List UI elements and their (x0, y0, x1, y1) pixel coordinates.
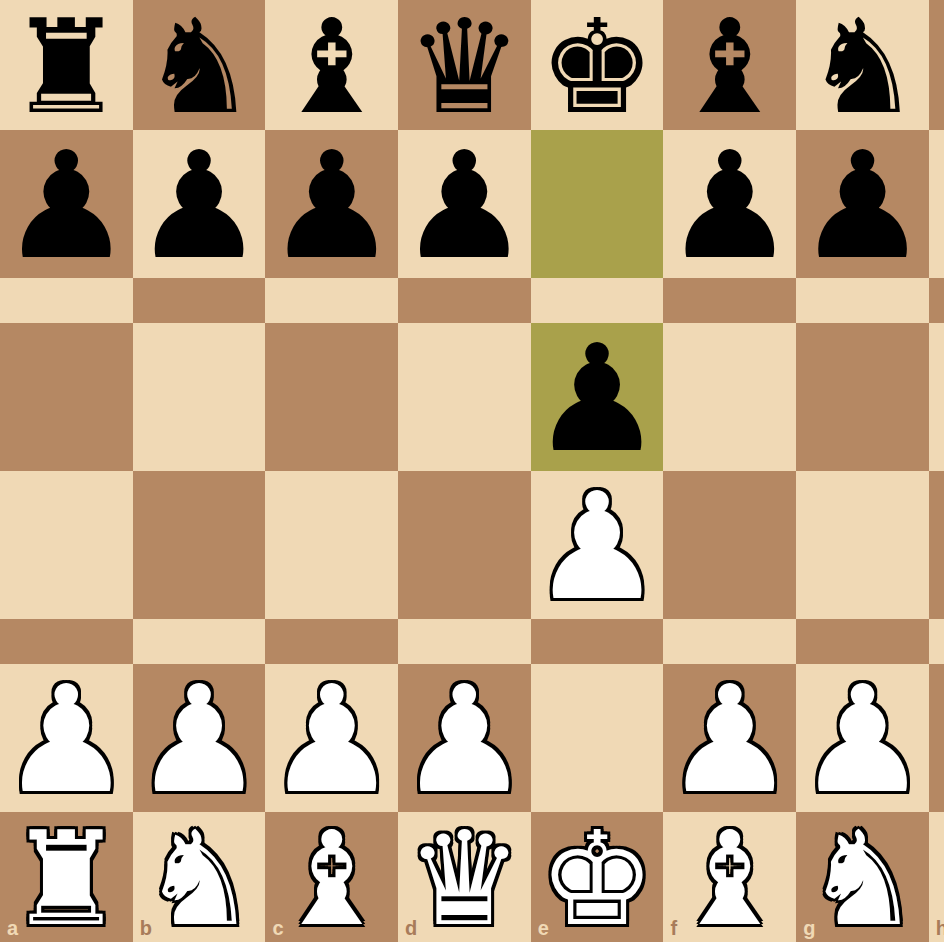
chess-board: ♜♞♝♛♚♝♞♜8♟♟♟♟♟♟♟76♟5♟43♟♟♟♟♟♟♟2♜a♞b♝c♛d♚… (0, 0, 944, 942)
white-queen[interactable]: ♛ (406, 814, 523, 942)
black-king[interactable]: ♚ (539, 2, 656, 132)
square-a4[interactable] (0, 471, 133, 619)
black-bishop[interactable]: ♝ (672, 2, 789, 132)
square-c7[interactable]: ♟ (265, 130, 398, 278)
white-pawn[interactable]: ♟ (398, 666, 531, 814)
square-b8[interactable]: ♞ (133, 0, 266, 130)
black-queen[interactable]: ♛ (406, 2, 523, 132)
file-label-h: h (936, 918, 944, 938)
square-f6[interactable] (663, 278, 796, 323)
square-e4[interactable]: ♟ (531, 471, 664, 619)
file-label-c: c (272, 918, 283, 938)
square-d8[interactable]: ♛ (398, 0, 531, 130)
square-g5[interactable] (796, 323, 929, 471)
black-pawn[interactable]: ♟ (0, 132, 133, 280)
square-d2[interactable]: ♟ (398, 664, 531, 812)
black-pawn[interactable]: ♟ (531, 325, 664, 473)
square-h5[interactable]: 5 (929, 323, 944, 471)
square-e5[interactable]: ♟ (531, 323, 664, 471)
white-pawn[interactable]: ♟ (265, 666, 398, 814)
white-pawn[interactable]: ♟ (663, 666, 796, 814)
square-e3[interactable] (531, 619, 664, 664)
black-knight[interactable]: ♞ (804, 2, 921, 132)
square-h6[interactable]: 6 (929, 278, 944, 323)
square-b5[interactable] (133, 323, 266, 471)
file-label-a: a (7, 918, 18, 938)
square-a2[interactable]: ♟ (0, 664, 133, 812)
square-d1[interactable]: ♛d (398, 812, 531, 942)
square-f1[interactable]: ♝f (663, 812, 796, 942)
square-d4[interactable] (398, 471, 531, 619)
black-pawn[interactable]: ♟ (265, 132, 398, 280)
square-f7[interactable]: ♟ (663, 130, 796, 278)
white-pawn[interactable]: ♟ (133, 666, 266, 814)
square-h4[interactable]: 4 (929, 471, 944, 619)
square-h2[interactable]: ♟2 (929, 664, 944, 812)
white-knight[interactable]: ♞ (141, 814, 258, 942)
file-label-g: g (803, 918, 815, 938)
black-rook[interactable]: ♜ (937, 2, 944, 132)
square-e2[interactable] (531, 664, 664, 812)
square-b1[interactable]: ♞b (133, 812, 266, 942)
square-g7[interactable]: ♟ (796, 130, 929, 278)
square-f2[interactable]: ♟ (663, 664, 796, 812)
square-g4[interactable] (796, 471, 929, 619)
square-g6[interactable] (796, 278, 929, 323)
square-f5[interactable] (663, 323, 796, 471)
square-h7[interactable]: ♟7 (929, 130, 944, 278)
square-h8[interactable]: ♜8 (929, 0, 944, 130)
square-h1[interactable]: ♜1h (929, 812, 944, 942)
square-c4[interactable] (265, 471, 398, 619)
file-label-b: b (140, 918, 152, 938)
white-pawn[interactable]: ♟ (0, 666, 133, 814)
square-c1[interactable]: ♝c (265, 812, 398, 942)
square-f8[interactable]: ♝ (663, 0, 796, 130)
square-a8[interactable]: ♜ (0, 0, 133, 130)
square-d6[interactable] (398, 278, 531, 323)
white-pawn[interactable]: ♟ (796, 666, 929, 814)
square-c5[interactable] (265, 323, 398, 471)
square-b7[interactable]: ♟ (133, 130, 266, 278)
square-a5[interactable] (0, 323, 133, 471)
square-c2[interactable]: ♟ (265, 664, 398, 812)
square-c8[interactable]: ♝ (265, 0, 398, 130)
white-pawn[interactable]: ♟ (929, 666, 944, 814)
square-g8[interactable]: ♞ (796, 0, 929, 130)
square-c6[interactable] (265, 278, 398, 323)
black-rook[interactable]: ♜ (8, 2, 125, 132)
square-e7[interactable] (531, 130, 664, 278)
square-e8[interactable]: ♚ (531, 0, 664, 130)
white-rook[interactable]: ♜ (8, 814, 125, 942)
file-label-d: d (405, 918, 417, 938)
square-a6[interactable] (0, 278, 133, 323)
file-label-e: e (538, 918, 549, 938)
square-d7[interactable]: ♟ (398, 130, 531, 278)
black-pawn[interactable]: ♟ (929, 132, 944, 280)
square-d5[interactable] (398, 323, 531, 471)
white-king[interactable]: ♚ (539, 814, 656, 942)
square-b2[interactable]: ♟ (133, 664, 266, 812)
square-g1[interactable]: ♞g (796, 812, 929, 942)
black-knight[interactable]: ♞ (141, 2, 258, 132)
square-b6[interactable] (133, 278, 266, 323)
black-pawn[interactable]: ♟ (133, 132, 266, 280)
black-pawn[interactable]: ♟ (796, 132, 929, 280)
square-a7[interactable]: ♟ (0, 130, 133, 278)
square-e1[interactable]: ♚e (531, 812, 664, 942)
white-knight[interactable]: ♞ (804, 814, 921, 942)
square-g2[interactable]: ♟ (796, 664, 929, 812)
square-f4[interactable] (663, 471, 796, 619)
white-bishop[interactable]: ♝ (672, 814, 789, 942)
black-pawn[interactable]: ♟ (663, 132, 796, 280)
black-pawn[interactable]: ♟ (398, 132, 531, 280)
square-b4[interactable] (133, 471, 266, 619)
black-bishop[interactable]: ♝ (273, 2, 390, 132)
white-pawn[interactable]: ♟ (531, 473, 664, 621)
file-label-f: f (670, 918, 677, 938)
square-a1[interactable]: ♜a (0, 812, 133, 942)
white-bishop[interactable]: ♝ (273, 814, 390, 942)
